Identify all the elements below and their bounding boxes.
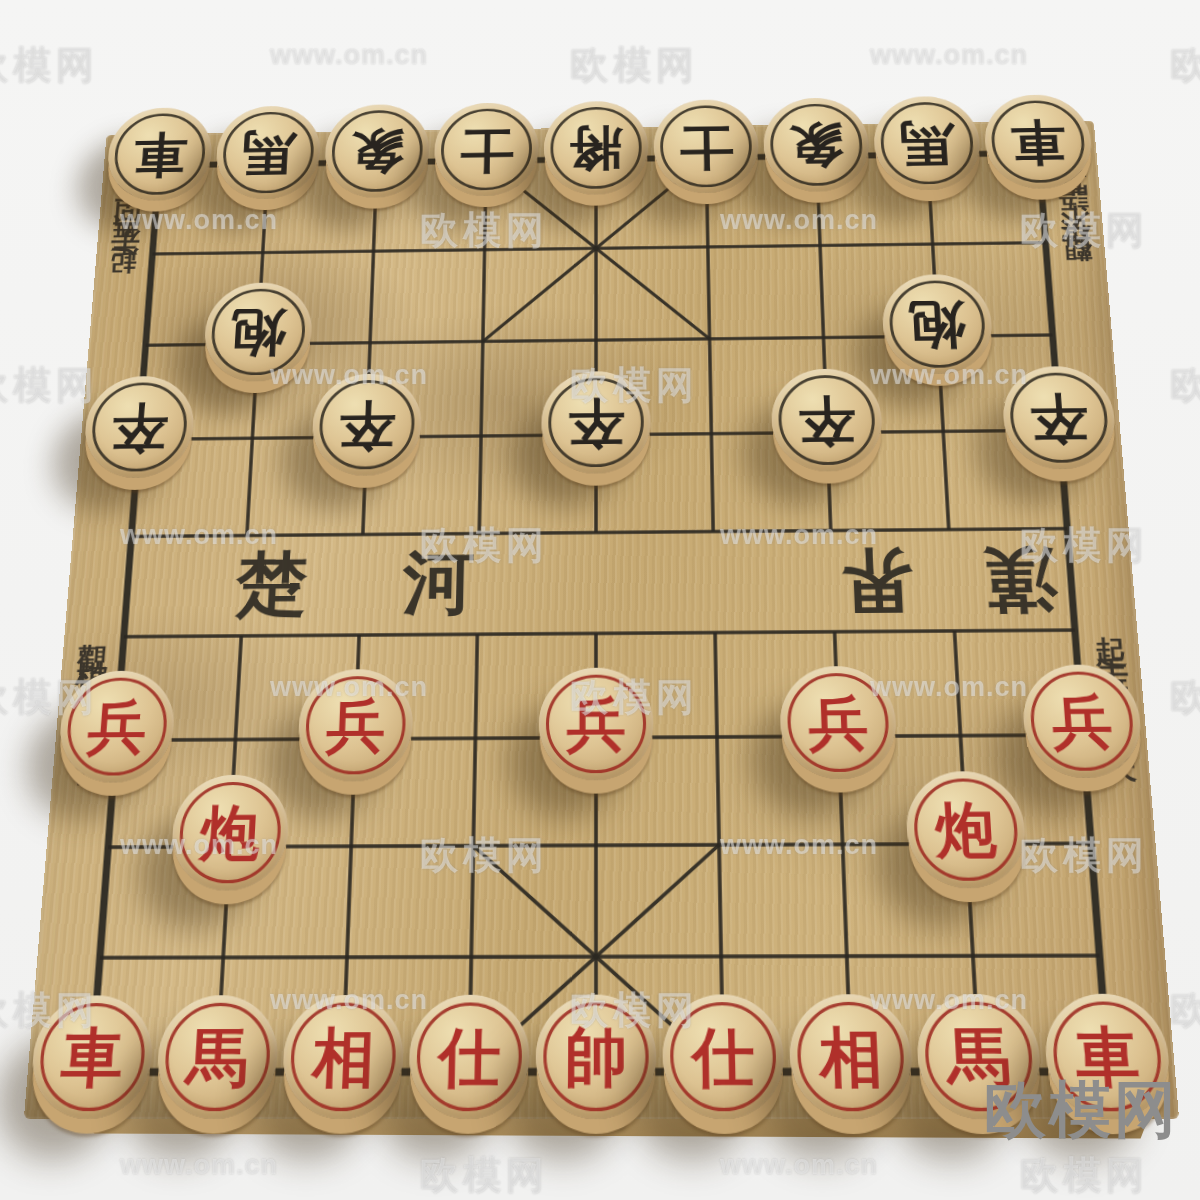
piece-character: 將 xyxy=(569,123,623,172)
piece-red-general[interactable]: 帥 xyxy=(535,995,656,1120)
piece-character: 車 xyxy=(131,130,188,179)
piece-character: 炮 xyxy=(934,801,998,862)
piece-character: 兵 xyxy=(566,696,626,755)
piece-character: 車 xyxy=(59,1027,125,1091)
piece-character: 兵 xyxy=(1050,693,1115,752)
piece-character: 相 xyxy=(818,1026,883,1091)
site-logo: 欧模网 xyxy=(984,1068,1179,1152)
piece-character: 仕 xyxy=(691,1026,755,1091)
piece-character: 兵 xyxy=(325,698,386,756)
piece-character: 卒 xyxy=(568,395,625,448)
watermark-site-name: 欧模网 xyxy=(570,40,699,91)
piece-character: 兵 xyxy=(807,695,869,754)
piece-character: 象 xyxy=(788,120,844,169)
piece-red-soldier[interactable]: 兵 xyxy=(538,667,653,780)
piece-character: 帥 xyxy=(565,1026,628,1091)
watermark-site-name: 欧模网 xyxy=(1170,360,1200,411)
watermark-site-name: 欧模网 xyxy=(0,40,99,91)
watermark-site-name: 欧模网 xyxy=(420,1150,549,1200)
watermark-site-url: www.om.cn xyxy=(870,40,1028,71)
piece-character: 炮 xyxy=(199,804,262,864)
piece-character: 相 xyxy=(311,1027,375,1091)
watermark-site-url: www.om.cn xyxy=(120,1150,278,1181)
piece-character: 炮 xyxy=(908,298,967,350)
piece-character: 士 xyxy=(459,125,514,174)
pieces-layer: 車馬象士將士象馬車炮炮卒卒卒卒卒兵兵兵兵兵炮炮車馬相仕帥仕相馬車 xyxy=(107,120,1094,134)
river-text-chu-he: 楚河 xyxy=(234,537,571,632)
piece-character: 卒 xyxy=(110,400,170,453)
piece-character: 炮 xyxy=(229,306,287,358)
piece-character: 馬 xyxy=(240,128,296,177)
piece-character: 馬 xyxy=(185,1027,250,1091)
piece-character: 象 xyxy=(349,126,404,175)
piece-character: 車 xyxy=(1009,117,1067,166)
scene: 楚河 漢界 起手無回大丈夫 觀棋不語真君子 觀棋不語真君子 起手無回大丈夫 車馬… xyxy=(0,0,1200,1200)
watermark-site-name: 欧模网 xyxy=(1170,672,1200,723)
piece-character: 兵 xyxy=(86,699,149,757)
piece-character: 卒 xyxy=(338,398,396,451)
xiangqi-board[interactable]: 楚河 漢界 起手無回大丈夫 觀棋不語真君子 觀棋不語真君子 起手無回大丈夫 車馬… xyxy=(24,120,1179,1119)
watermark-site-url: www.om.cn xyxy=(270,40,428,71)
watermark-site-url: www.om.cn xyxy=(720,1150,878,1181)
piece-character: 馬 xyxy=(898,118,955,167)
piece-character: 仕 xyxy=(438,1027,501,1091)
watermark-site-name: 欧模网 xyxy=(1170,40,1200,91)
watermark-site-name: 欧模网 xyxy=(1170,985,1200,1036)
river-text-han-jie-rotated: 漢界 xyxy=(769,532,1060,627)
piece-character: 士 xyxy=(679,122,734,171)
watermark-site-name: 欧模网 xyxy=(1020,1150,1149,1200)
piece-character: 卒 xyxy=(1028,391,1089,445)
piece-character: 卒 xyxy=(797,393,856,447)
